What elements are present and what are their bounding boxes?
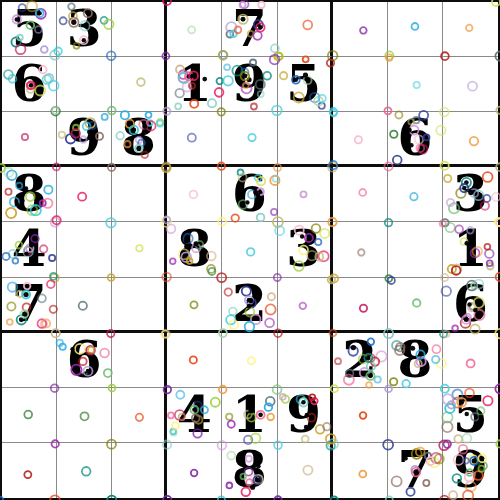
cell-r3c3[interactable]: 8 xyxy=(112,112,167,167)
cell-r1c7[interactable] xyxy=(333,2,388,57)
cell-r7c4[interactable] xyxy=(167,333,222,388)
given-digit: 8 xyxy=(397,335,432,385)
given-digit: 8 xyxy=(12,169,47,219)
cell-r4c3[interactable] xyxy=(112,167,167,222)
cell-r7c6[interactable] xyxy=(278,333,333,388)
given-digit: 6 xyxy=(12,59,47,109)
cell-r9c2[interactable] xyxy=(57,443,112,498)
given-digit: 1 xyxy=(177,59,212,109)
cell-r6c9[interactable]: 6 xyxy=(443,278,498,333)
cell-r1c2[interactable]: 3 xyxy=(57,2,112,57)
cell-r7c3[interactable] xyxy=(112,333,167,388)
cell-r1c9[interactable] xyxy=(443,2,498,57)
given-digit: 5 xyxy=(453,390,488,440)
cell-r1c5[interactable]: 7 xyxy=(222,2,277,57)
given-digit: 3 xyxy=(453,169,488,219)
cell-r5c7[interactable] xyxy=(333,222,388,277)
cell-r2c2[interactable] xyxy=(57,57,112,112)
given-digit: 5 xyxy=(286,59,321,109)
given-digit: 1 xyxy=(232,390,267,440)
cell-r9c6[interactable] xyxy=(278,443,333,498)
given-digit: 8 xyxy=(177,224,212,274)
sudoku-board: 537619598686348317266284195879 xyxy=(0,0,500,500)
cell-r7c8[interactable]: 8 xyxy=(388,333,443,388)
cell-r8c4[interactable]: 4 xyxy=(167,388,222,443)
cell-r9c9[interactable]: 9 xyxy=(443,443,498,498)
given-digit: 6 xyxy=(232,169,267,219)
cell-r8c2[interactable] xyxy=(57,388,112,443)
given-digit: 2 xyxy=(232,279,267,329)
cell-r2c4[interactable]: 1 xyxy=(167,57,222,112)
cell-r3c9[interactable] xyxy=(443,112,498,167)
cell-r9c8[interactable]: 7 xyxy=(388,443,443,498)
cell-r6c7[interactable] xyxy=(333,278,388,333)
cell-r3c8[interactable]: 6 xyxy=(388,112,443,167)
cell-r5c1[interactable]: 4 xyxy=(2,222,57,277)
given-digit: 6 xyxy=(453,279,488,329)
given-digit: 2 xyxy=(342,335,377,385)
cell-r3c4[interactable] xyxy=(167,112,222,167)
cell-r3c5[interactable] xyxy=(222,112,277,167)
cell-r6c8[interactable] xyxy=(388,278,443,333)
cell-r5c9[interactable]: 1 xyxy=(443,222,498,277)
given-digit: 9 xyxy=(232,59,267,109)
cell-r8c3[interactable] xyxy=(112,388,167,443)
cell-r1c6[interactable] xyxy=(278,2,333,57)
cell-r4c7[interactable] xyxy=(333,167,388,222)
given-digit: 9 xyxy=(286,390,321,440)
cell-r9c7[interactable] xyxy=(333,443,388,498)
cell-r3c7[interactable] xyxy=(333,112,388,167)
cell-r5c2[interactable] xyxy=(57,222,112,277)
cell-r8c1[interactable] xyxy=(2,388,57,443)
cell-r5c4[interactable]: 8 xyxy=(167,222,222,277)
given-digit: 7 xyxy=(232,4,267,54)
cell-r6c3[interactable] xyxy=(112,278,167,333)
cell-r2c7[interactable] xyxy=(333,57,388,112)
cell-r5c5[interactable] xyxy=(222,222,277,277)
cell-r7c1[interactable] xyxy=(2,333,57,388)
given-digit: 8 xyxy=(232,445,267,495)
cell-r3c1[interactable] xyxy=(2,112,57,167)
given-digit: 3 xyxy=(67,4,102,54)
cell-r1c8[interactable] xyxy=(388,2,443,57)
given-digit: 6 xyxy=(397,113,432,163)
cell-r8c6[interactable]: 9 xyxy=(278,388,333,443)
cell-r2c1[interactable]: 6 xyxy=(2,57,57,112)
cell-r4c5[interactable]: 6 xyxy=(222,167,277,222)
cell-r8c8[interactable] xyxy=(388,388,443,443)
cell-r6c4[interactable] xyxy=(167,278,222,333)
cell-r4c4[interactable] xyxy=(167,167,222,222)
given-digit: 9 xyxy=(67,113,102,163)
given-digit: 4 xyxy=(12,224,47,274)
cell-r9c3[interactable] xyxy=(112,443,167,498)
cell-r2c6[interactable]: 5 xyxy=(278,57,333,112)
cell-r4c6[interactable] xyxy=(278,167,333,222)
given-digit: 7 xyxy=(12,279,47,329)
cell-r7c9[interactable] xyxy=(443,333,498,388)
cell-r4c9[interactable]: 3 xyxy=(443,167,498,222)
cell-r1c1[interactable]: 5 xyxy=(2,2,57,57)
cell-r7c7[interactable]: 2 xyxy=(333,333,388,388)
given-digit: 1 xyxy=(453,224,488,274)
cell-r6c2[interactable] xyxy=(57,278,112,333)
cell-r8c7[interactable] xyxy=(333,388,388,443)
cell-r3c6[interactable] xyxy=(278,112,333,167)
cell-r4c8[interactable] xyxy=(388,167,443,222)
cell-r3c2[interactable]: 9 xyxy=(57,112,112,167)
cell-r2c3[interactable] xyxy=(112,57,167,112)
given-digit: 7 xyxy=(397,445,432,495)
given-digit: 9 xyxy=(453,445,488,495)
cell-r7c2[interactable]: 6 xyxy=(57,333,112,388)
cell-r2c5[interactable]: 9 xyxy=(222,57,277,112)
cell-r5c3[interactable] xyxy=(112,222,167,277)
cell-r5c6[interactable]: 3 xyxy=(278,222,333,277)
cell-r4c1[interactable]: 8 xyxy=(2,167,57,222)
given-digit: 6 xyxy=(67,335,102,385)
cell-r9c1[interactable] xyxy=(2,443,57,498)
given-digit: 4 xyxy=(177,390,212,440)
given-digit: 8 xyxy=(121,113,156,163)
cell-r6c5[interactable]: 2 xyxy=(222,278,277,333)
cell-r7c5[interactable] xyxy=(222,333,277,388)
cell-r2c8[interactable] xyxy=(388,57,443,112)
given-digit: 3 xyxy=(286,224,321,274)
cell-r1c3[interactable] xyxy=(112,2,167,57)
cell-r1c4[interactable] xyxy=(167,2,222,57)
cell-r5c8[interactable] xyxy=(388,222,443,277)
cell-r4c2[interactable] xyxy=(57,167,112,222)
cell-r8c9[interactable]: 5 xyxy=(443,388,498,443)
cell-r6c1[interactable]: 7 xyxy=(2,278,57,333)
cell-r9c5[interactable]: 8 xyxy=(222,443,277,498)
cell-r6c6[interactable] xyxy=(278,278,333,333)
given-digit: 5 xyxy=(12,4,47,54)
cell-r2c9[interactable] xyxy=(443,57,498,112)
cell-r8c5[interactable]: 1 xyxy=(222,388,277,443)
cell-r9c4[interactable] xyxy=(167,443,222,498)
